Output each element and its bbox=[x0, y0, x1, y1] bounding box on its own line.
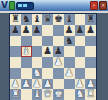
square-h1[interactable]: ♜ bbox=[85, 89, 96, 100]
white-knight: ♞ bbox=[75, 89, 84, 100]
square-a6[interactable] bbox=[10, 36, 21, 47]
square-h3[interactable] bbox=[85, 68, 96, 79]
white-queen: ♛ bbox=[43, 89, 52, 100]
white-pawn: ♟ bbox=[11, 79, 20, 90]
square-h4[interactable] bbox=[85, 57, 96, 68]
square-d6[interactable] bbox=[42, 36, 53, 47]
battery-indicator-icon bbox=[16, 2, 34, 10]
phone-screen: V • ✕ ♜♞♝♛♚♝♜♟♟♟♟♟♟♞♝♟♟♟♞♟♟♟♟♟♟♟♜♝♛♚♞♜ bbox=[0, 0, 108, 100]
square-a7[interactable]: ♟ bbox=[10, 25, 21, 36]
square-h8[interactable]: ♜ bbox=[85, 14, 96, 25]
white-rook: ♜ bbox=[86, 89, 95, 100]
alert-icon[interactable]: • bbox=[90, 1, 98, 10]
square-d4[interactable] bbox=[42, 57, 53, 68]
close-icon[interactable]: ✕ bbox=[99, 1, 107, 10]
title-bar: V • ✕ bbox=[0, 0, 108, 11]
square-b4[interactable] bbox=[21, 57, 32, 68]
square-b5[interactable]: ♝ bbox=[21, 46, 32, 57]
square-e2[interactable] bbox=[53, 79, 64, 90]
black-bishop: ♝ bbox=[32, 14, 41, 25]
square-c2[interactable]: ♟ bbox=[32, 79, 43, 90]
square-c7[interactable]: ♟ bbox=[32, 25, 43, 36]
black-bishop: ♝ bbox=[65, 14, 74, 25]
white-pawn: ♟ bbox=[75, 79, 84, 90]
square-b8[interactable]: ♞ bbox=[21, 14, 32, 25]
app-logo-icon: V bbox=[1, 1, 8, 9]
square-d2[interactable]: ♟ bbox=[42, 79, 53, 90]
square-g4[interactable] bbox=[75, 57, 86, 68]
square-c6[interactable] bbox=[32, 36, 43, 47]
status-green-icon bbox=[9, 1, 15, 10]
square-d8[interactable]: ♛ bbox=[42, 14, 53, 25]
square-e3[interactable] bbox=[53, 68, 64, 79]
square-a3[interactable] bbox=[10, 68, 21, 79]
white-pawn: ♟ bbox=[54, 57, 63, 68]
square-c1[interactable]: ♝ bbox=[32, 89, 43, 100]
square-f7[interactable]: ♟ bbox=[64, 25, 75, 36]
black-pawn: ♟ bbox=[43, 46, 52, 57]
black-pawn: ♟ bbox=[32, 25, 41, 36]
square-g8[interactable] bbox=[75, 14, 86, 25]
black-rook: ♜ bbox=[11, 14, 20, 25]
square-g3[interactable] bbox=[75, 68, 86, 79]
square-f2[interactable] bbox=[64, 79, 75, 90]
black-knight: ♞ bbox=[65, 36, 74, 47]
black-pawn: ♟ bbox=[65, 25, 74, 36]
square-g7[interactable]: ♟ bbox=[75, 25, 86, 36]
square-a1[interactable]: ♜ bbox=[10, 89, 21, 100]
black-pawn: ♟ bbox=[22, 25, 31, 36]
square-b7[interactable]: ♟ bbox=[21, 25, 32, 36]
square-d7[interactable] bbox=[42, 25, 53, 36]
square-c3[interactable]: ♞ bbox=[32, 68, 43, 79]
white-pawn: ♟ bbox=[22, 79, 31, 90]
square-h7[interactable]: ♟ bbox=[85, 25, 96, 36]
black-pawn: ♟ bbox=[11, 25, 20, 36]
square-f1[interactable] bbox=[64, 89, 75, 100]
white-pawn: ♟ bbox=[65, 68, 74, 79]
board: ♜♞♝♛♚♝♜♟♟♟♟♟♟♞♝♟♟♟♞♟♟♟♟♟♟♟♜♝♛♚♞♜ bbox=[10, 14, 96, 100]
square-h6[interactable] bbox=[85, 36, 96, 47]
white-pawn: ♟ bbox=[32, 79, 41, 90]
square-d1[interactable]: ♛ bbox=[42, 89, 53, 100]
square-f4[interactable] bbox=[64, 57, 75, 68]
square-g5[interactable] bbox=[75, 46, 86, 57]
titlebar-right-icons: • ✕ bbox=[90, 1, 108, 10]
square-e4[interactable]: ♟ bbox=[53, 57, 64, 68]
black-knight: ♞ bbox=[22, 14, 31, 25]
square-f3[interactable]: ♟ bbox=[64, 68, 75, 79]
square-b3[interactable] bbox=[21, 68, 32, 79]
white-king: ♚ bbox=[54, 89, 63, 100]
square-a4[interactable] bbox=[10, 57, 21, 68]
black-rook: ♜ bbox=[86, 14, 95, 25]
square-c4[interactable] bbox=[32, 57, 43, 68]
square-f5[interactable] bbox=[64, 46, 75, 57]
white-bishop: ♝ bbox=[22, 46, 31, 57]
square-c5[interactable] bbox=[32, 46, 43, 57]
square-a5[interactable] bbox=[10, 46, 21, 57]
black-pawn: ♟ bbox=[86, 25, 95, 36]
square-g2[interactable]: ♟ bbox=[75, 79, 86, 90]
white-knight: ♞ bbox=[32, 68, 41, 79]
square-b2[interactable]: ♟ bbox=[21, 79, 32, 90]
black-queen: ♛ bbox=[43, 14, 52, 25]
square-e7[interactable] bbox=[53, 25, 64, 36]
white-pawn: ♟ bbox=[43, 79, 52, 90]
black-pawn: ♟ bbox=[75, 25, 84, 36]
square-c8[interactable]: ♝ bbox=[32, 14, 43, 25]
square-e6[interactable] bbox=[53, 36, 64, 47]
square-d5[interactable]: ♟ bbox=[42, 46, 53, 57]
square-a2[interactable]: ♟ bbox=[10, 79, 21, 90]
square-b6[interactable] bbox=[21, 36, 32, 47]
square-a8[interactable]: ♜ bbox=[10, 14, 21, 25]
white-pawn: ♟ bbox=[86, 79, 95, 90]
square-h2[interactable]: ♟ bbox=[85, 79, 96, 90]
square-g6[interactable] bbox=[75, 36, 86, 47]
square-e8[interactable]: ♚ bbox=[53, 14, 64, 25]
white-bishop: ♝ bbox=[32, 89, 41, 100]
square-f6[interactable]: ♞ bbox=[64, 36, 75, 47]
square-h5[interactable] bbox=[85, 46, 96, 57]
black-king: ♚ bbox=[54, 14, 63, 25]
titlebar-left-icons: V bbox=[0, 1, 90, 10]
white-rook: ♜ bbox=[11, 89, 20, 100]
square-d3[interactable] bbox=[42, 68, 53, 79]
square-e1[interactable]: ♚ bbox=[53, 89, 64, 100]
board-frame: ♜♞♝♛♚♝♜♟♟♟♟♟♟♞♝♟♟♟♞♟♟♟♟♟♟♟♜♝♛♚♞♜ bbox=[9, 13, 97, 100]
square-g1[interactable]: ♞ bbox=[75, 89, 86, 100]
black-pawn: ♟ bbox=[54, 46, 63, 57]
square-b1[interactable] bbox=[21, 89, 32, 100]
square-e5[interactable]: ♟ bbox=[53, 46, 64, 57]
square-f8[interactable]: ♝ bbox=[64, 14, 75, 25]
